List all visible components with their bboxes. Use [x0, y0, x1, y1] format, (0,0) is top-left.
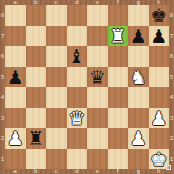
square-b7[interactable]	[26, 26, 47, 47]
rank-label-left-4: 4	[0, 87, 5, 108]
file-label-bottom-g: g	[128, 169, 149, 174]
square-c1[interactable]	[46, 149, 67, 170]
square-h8[interactable]: ♚	[149, 5, 170, 26]
square-g5[interactable]: ♞	[128, 67, 149, 88]
square-f5[interactable]	[108, 67, 129, 88]
rank-label-left-8: 8	[0, 5, 5, 26]
rank-label-right-5: 5	[169, 67, 174, 88]
square-a1[interactable]	[5, 149, 26, 170]
file-label-top-a: a	[5, 0, 26, 5]
square-e8[interactable]	[87, 5, 108, 26]
square-g7[interactable]: ♟	[128, 26, 149, 47]
square-b8[interactable]	[26, 5, 47, 26]
square-f4[interactable]	[108, 87, 129, 108]
square-b1[interactable]	[26, 149, 47, 170]
white-king-h1[interactable]: ♚	[150, 149, 167, 170]
square-b2[interactable]: ♜	[26, 128, 47, 149]
square-f8[interactable]	[108, 5, 129, 26]
square-c4[interactable]	[46, 87, 67, 108]
square-d3[interactable]: ♛	[67, 108, 88, 129]
file-label-bottom-a: a	[5, 169, 26, 174]
rank-label-left-6: 6	[0, 46, 5, 67]
rank-label-right-3: 3	[169, 108, 174, 129]
square-e4[interactable]	[87, 87, 108, 108]
rank-label-right-6: 6	[169, 46, 174, 67]
square-d8[interactable]	[67, 5, 88, 26]
rank-label-right-7: 7	[169, 26, 174, 47]
square-g3[interactable]	[128, 108, 149, 129]
square-g8[interactable]	[128, 5, 149, 26]
rank-label-left-7: 7	[0, 26, 5, 47]
black-queen-e5[interactable]: ♛	[89, 67, 106, 88]
rank-label-left-3: 3	[0, 108, 5, 129]
black-bishop-d6[interactable]: ♝	[68, 46, 85, 67]
chess-board-widget: ♚♜♟♟♝♟♛♞♛♟♟♜♟♚ aabbccddeeffgghh887766554…	[0, 0, 174, 174]
square-g2[interactable]: ♟	[128, 128, 149, 149]
square-f1[interactable]	[108, 149, 129, 170]
file-label-bottom-f: f	[108, 169, 129, 174]
square-a5[interactable]: ♟	[5, 67, 26, 88]
black-rook-b2[interactable]: ♜	[27, 128, 44, 149]
board-settings-icon[interactable]	[166, 165, 171, 170]
file-label-bottom-d: d	[67, 169, 88, 174]
square-d2[interactable]	[67, 128, 88, 149]
square-a4[interactable]	[5, 87, 26, 108]
square-d4[interactable]	[67, 87, 88, 108]
file-label-top-e: e	[87, 0, 108, 5]
file-label-top-c: c	[46, 0, 67, 5]
square-b5[interactable]	[26, 67, 47, 88]
rank-label-right-4: 4	[169, 87, 174, 108]
square-g6[interactable]	[128, 46, 149, 67]
square-e6[interactable]	[87, 46, 108, 67]
rank-label-right-8: 8	[169, 5, 174, 26]
square-a6[interactable]	[5, 46, 26, 67]
square-h4[interactable]	[149, 87, 170, 108]
square-c8[interactable]	[46, 5, 67, 26]
file-label-bottom-c: c	[46, 169, 67, 174]
file-label-bottom-e: e	[87, 169, 108, 174]
square-e7[interactable]	[87, 26, 108, 47]
white-knight-g5[interactable]: ♞	[130, 67, 147, 88]
white-pawn-g2[interactable]: ♟	[130, 128, 147, 149]
rank-label-left-5: 5	[0, 67, 5, 88]
square-a7[interactable]	[5, 26, 26, 47]
square-h3[interactable]: ♟	[149, 108, 170, 129]
file-label-top-h: h	[149, 0, 170, 5]
square-c7[interactable]	[46, 26, 67, 47]
square-c2[interactable]	[46, 128, 67, 149]
square-f2[interactable]	[108, 128, 129, 149]
square-d6[interactable]: ♝	[67, 46, 88, 67]
square-b6[interactable]	[26, 46, 47, 67]
white-rook-f7[interactable]: ♜	[109, 26, 126, 47]
black-pawn-h7[interactable]: ♟	[150, 26, 167, 47]
square-g1[interactable]	[128, 149, 149, 170]
square-a3[interactable]	[5, 108, 26, 129]
square-g4[interactable]	[128, 87, 149, 108]
file-label-top-d: d	[67, 0, 88, 5]
black-pawn-a5[interactable]: ♟	[7, 67, 24, 88]
square-c5[interactable]	[46, 67, 67, 88]
rank-label-left-2: 2	[0, 128, 5, 149]
square-d7[interactable]	[67, 26, 88, 47]
square-h6[interactable]	[149, 46, 170, 67]
rank-label-right-2: 2	[169, 128, 174, 149]
square-h5[interactable]	[149, 67, 170, 88]
square-b3[interactable]	[26, 108, 47, 129]
square-d1[interactable]	[67, 149, 88, 170]
square-f7[interactable]: ♜	[108, 26, 129, 47]
square-a2[interactable]: ♟	[5, 128, 26, 149]
square-e3[interactable]	[87, 108, 108, 129]
black-pawn-g7[interactable]: ♟	[130, 26, 147, 47]
file-label-top-g: g	[128, 0, 149, 5]
black-king-h8[interactable]: ♚	[150, 5, 167, 26]
square-h7[interactable]: ♟	[149, 26, 170, 47]
square-c3[interactable]	[46, 108, 67, 129]
white-queen-d3[interactable]: ♛	[68, 108, 85, 129]
rank-label-left-1: 1	[0, 149, 5, 170]
square-f6[interactable]	[108, 46, 129, 67]
square-f3[interactable]	[108, 108, 129, 129]
file-label-top-b: b	[26, 0, 47, 5]
square-a8[interactable]	[5, 5, 26, 26]
file-label-bottom-b: b	[26, 169, 47, 174]
square-e2[interactable]	[87, 128, 108, 149]
white-pawn-h3[interactable]: ♟	[150, 108, 167, 129]
square-b4[interactable]	[26, 87, 47, 108]
square-e1[interactable]	[87, 149, 108, 170]
chess-board[interactable]: ♚♜♟♟♝♟♛♞♛♟♟♜♟♚	[5, 5, 169, 169]
square-c6[interactable]	[46, 46, 67, 67]
square-e5[interactable]: ♛	[87, 67, 108, 88]
file-label-top-f: f	[108, 0, 129, 5]
square-h2[interactable]	[149, 128, 170, 149]
white-pawn-a2[interactable]: ♟	[7, 128, 24, 149]
square-d5[interactable]	[67, 67, 88, 88]
